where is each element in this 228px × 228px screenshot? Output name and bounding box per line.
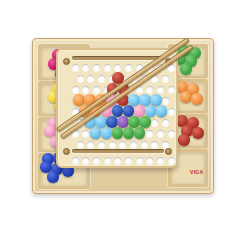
peg-hole[interactable]	[98, 75, 105, 82]
peg-hole[interactable]	[98, 141, 105, 148]
peg-hole[interactable]	[168, 157, 175, 164]
peg-hole[interactable]	[141, 141, 148, 148]
board-bead-orange[interactable]	[73, 94, 84, 105]
slide-slot	[72, 56, 164, 60]
peg-hole[interactable]	[146, 130, 153, 137]
peg-hole[interactable]	[168, 130, 175, 137]
tray-bead-pink[interactable]	[44, 125, 55, 136]
peg-hole[interactable]	[93, 86, 100, 93]
tray-bead-blue[interactable]	[47, 171, 58, 182]
peg-hole[interactable]	[104, 64, 111, 71]
peg-hole[interactable]	[151, 119, 158, 126]
board-bead-skyblue[interactable]	[150, 94, 161, 105]
peg-hole[interactable]	[72, 86, 79, 93]
peg-hole[interactable]	[82, 86, 89, 93]
peg-hole[interactable]	[72, 157, 79, 164]
peg-hole[interactable]	[146, 157, 153, 164]
tray-bead-orange[interactable]	[180, 91, 191, 102]
peg-hole[interactable]	[87, 75, 94, 82]
board-bead-skyblue[interactable]	[139, 94, 150, 105]
peg-hole[interactable]	[130, 141, 137, 148]
peg-hole[interactable]	[87, 141, 94, 148]
peg-hole[interactable]	[157, 157, 164, 164]
board-bead-purple[interactable]	[117, 116, 128, 127]
tray-bead-green[interactable]	[180, 63, 191, 74]
peg-hole[interactable]	[168, 86, 175, 93]
peg-hole[interactable]	[114, 157, 121, 164]
peg-hole[interactable]	[125, 64, 132, 71]
peg-hole[interactable]	[157, 130, 164, 137]
peg-hole[interactable]	[82, 157, 89, 164]
peg-hole[interactable]	[162, 75, 169, 82]
board-bead-darkblue[interactable]	[123, 105, 134, 116]
tray-bead-orange[interactable]	[191, 93, 202, 104]
peg-hole[interactable]	[82, 64, 89, 71]
board-bead-skyblue[interactable]	[95, 116, 106, 127]
board-bead-darkblue[interactable]	[112, 105, 123, 116]
peg-hole[interactable]	[109, 141, 116, 148]
board-bead-green[interactable]	[128, 116, 139, 127]
board-bead-green[interactable]	[134, 127, 145, 138]
peg-hole[interactable]	[77, 75, 84, 82]
peg-hole[interactable]	[136, 157, 143, 164]
peg-hole[interactable]	[77, 141, 84, 148]
corner-pin	[63, 148, 70, 155]
tray-bead-darkred[interactable]	[192, 127, 203, 138]
peg-hole[interactable]	[151, 141, 158, 148]
peg-hole[interactable]	[157, 86, 164, 93]
peg-hole[interactable]	[125, 157, 132, 164]
game-scene: VIGA	[0, 0, 228, 228]
peg-hole[interactable]	[146, 86, 153, 93]
board-bead-green[interactable]	[112, 127, 123, 138]
peg-hole[interactable]	[162, 141, 169, 148]
board-bead-pink[interactable]	[134, 105, 145, 116]
peg-hole[interactable]	[119, 141, 126, 148]
peg-hole[interactable]	[162, 97, 169, 104]
peg-hole[interactable]	[168, 108, 175, 115]
board-bead-green[interactable]	[139, 116, 150, 127]
peg-hole[interactable]	[93, 157, 100, 164]
board-bead-green[interactable]	[123, 127, 134, 138]
brand-logo: VIGA	[190, 169, 203, 175]
peg-hole[interactable]	[114, 64, 121, 71]
board-bead-skyblue[interactable]	[145, 105, 156, 116]
tray-bead-darkred[interactable]	[178, 134, 189, 145]
board-bead-skyblue[interactable]	[128, 94, 139, 105]
board-bead-skyblue[interactable]	[90, 127, 101, 138]
peg-hole[interactable]	[93, 64, 100, 71]
peg-hole[interactable]	[82, 130, 89, 137]
peg-hole[interactable]	[104, 157, 111, 164]
board-bead-skyblue[interactable]	[101, 127, 112, 138]
peg-hole[interactable]	[72, 64, 79, 71]
corner-pin	[165, 148, 172, 155]
board-bead-darkblue[interactable]	[106, 116, 117, 127]
peg-hole[interactable]	[162, 119, 169, 126]
board-bead-skyblue[interactable]	[156, 105, 167, 116]
corner-pin	[63, 58, 70, 65]
slide-slot	[72, 149, 164, 153]
